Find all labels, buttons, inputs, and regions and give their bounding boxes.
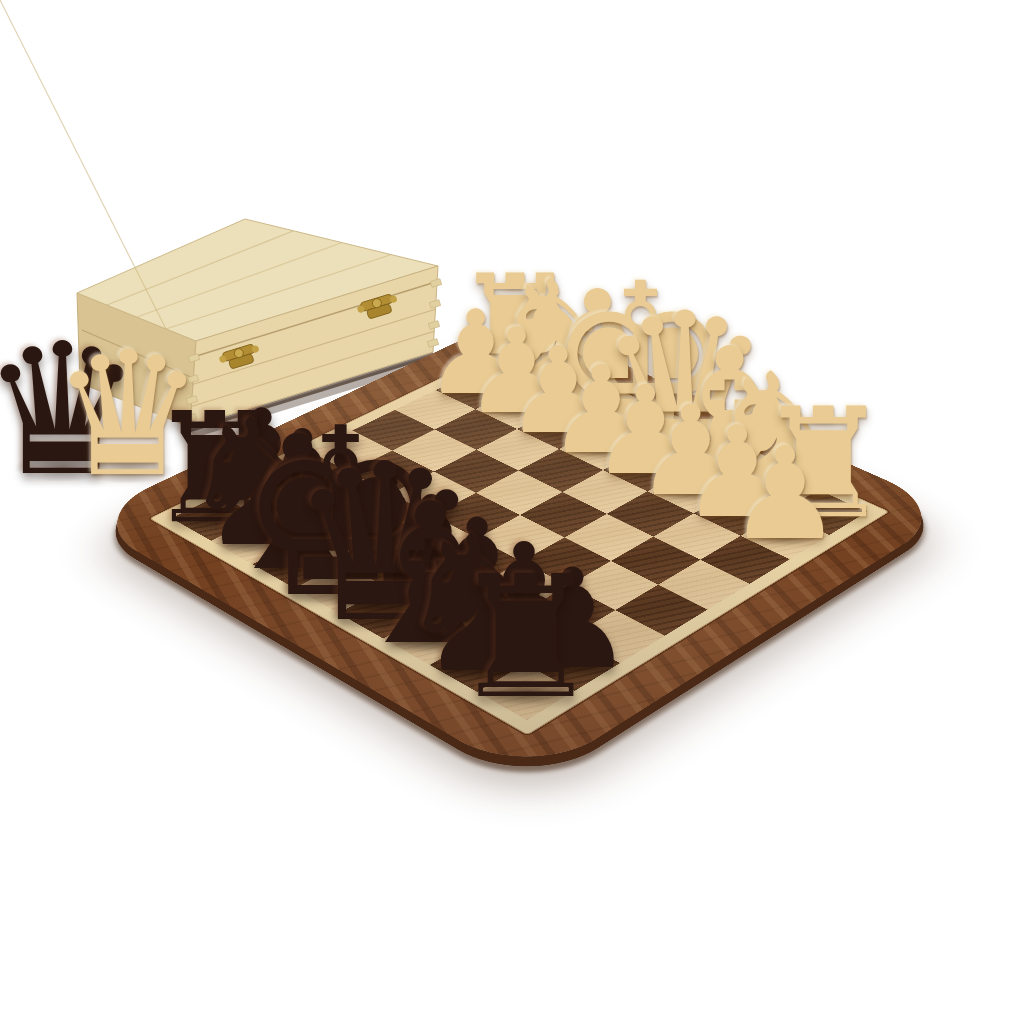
box-left-face	[77, 293, 196, 427]
brass-latch-icon	[218, 342, 262, 371]
piece-shadow	[81, 456, 176, 484]
square-c7	[431, 587, 523, 638]
square-d1	[643, 428, 726, 470]
square-f8	[253, 540, 343, 588]
square-f5	[391, 472, 477, 516]
square-b4	[611, 537, 700, 585]
square-h5	[309, 430, 393, 472]
spare-dark-queen: ♛	[0, 319, 144, 501]
chess-board	[82, 315, 956, 781]
product-photo: ♜♞♝♛♚♝♞♜♟♟♟♟♟♟♟♟♟♟♟♟♟♟♟♟♜♞♝♛♚♝♞♜♛♛	[0, 0, 1024, 1024]
square-c8	[384, 612, 478, 665]
square-d5	[477, 515, 565, 562]
square-d2	[603, 449, 687, 492]
square-h1	[476, 352, 555, 390]
piece-shadow	[12, 453, 112, 482]
square-g5	[349, 451, 434, 494]
playing-area	[171, 352, 867, 720]
square-d6	[432, 538, 522, 586]
square-e2	[560, 428, 643, 470]
square-h2	[436, 371, 516, 410]
square-e6	[388, 516, 476, 563]
square-b6	[523, 586, 615, 637]
square-b8	[430, 638, 525, 692]
square-h7	[219, 473, 305, 517]
square-d3	[562, 470, 648, 514]
box-lid	[77, 219, 438, 341]
square-e3	[519, 449, 604, 492]
square-b2	[694, 491, 781, 536]
square-h8	[171, 495, 258, 541]
square-h6	[265, 451, 350, 494]
square-g7	[259, 495, 346, 541]
square-f7	[300, 517, 388, 564]
box-lid-seam	[195, 282, 437, 357]
square-f1	[557, 389, 638, 429]
square-f4	[434, 450, 519, 493]
square-b7	[477, 611, 571, 664]
square-e1	[599, 408, 681, 449]
square-a1	[780, 490, 867, 535]
square-b3	[653, 513, 741, 560]
square-c1	[687, 448, 771, 491]
square-g3	[435, 409, 517, 450]
square-b5	[568, 561, 659, 611]
square-e4	[476, 471, 562, 515]
square-g6	[305, 472, 391, 516]
square-a8	[478, 664, 575, 720]
board-frame	[149, 342, 890, 735]
square-d4	[520, 492, 607, 537]
square-a6	[571, 610, 665, 663]
square-h3	[395, 390, 476, 430]
square-c5	[522, 538, 611, 586]
square-a7	[525, 637, 620, 691]
square-g8	[211, 517, 299, 564]
square-g4	[393, 430, 476, 472]
square-e5	[433, 493, 520, 538]
square-c4	[565, 514, 653, 561]
square-f6	[346, 494, 433, 540]
square-d8	[339, 588, 431, 639]
square-c6	[477, 562, 568, 612]
square-a4	[659, 560, 750, 609]
square-f2	[517, 409, 599, 450]
square-b1	[733, 469, 818, 513]
square-c2	[648, 469, 734, 513]
square-d7	[386, 563, 477, 613]
square-e7	[342, 539, 432, 587]
square-a3	[700, 536, 789, 584]
square-e8	[295, 563, 386, 613]
square-f3	[476, 429, 559, 471]
square-c3	[607, 491, 694, 536]
square-h4	[352, 410, 434, 451]
square-a5	[615, 585, 707, 636]
square-g1	[516, 370, 596, 409]
square-a2	[741, 513, 829, 560]
brass-latch-icon	[356, 292, 400, 321]
square-g2	[476, 389, 557, 429]
